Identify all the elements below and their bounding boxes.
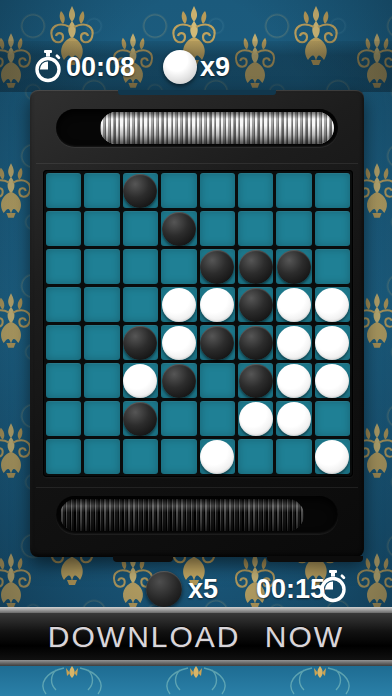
board-cell-r3c3[interactable]: [123, 249, 158, 284]
black-disc: [123, 174, 157, 208]
white-timer: 00:08: [66, 50, 135, 84]
board-cell-r8c4[interactable]: [161, 439, 196, 474]
board-cell-r2c5[interactable]: [200, 211, 235, 246]
bottom-swirl-ornament: [12, 666, 132, 696]
board-cell-r3c1[interactable]: [46, 249, 81, 284]
black-timer: 00:15: [256, 572, 325, 606]
board-cell-r4c5[interactable]: [200, 287, 235, 322]
board-cell-r1c5[interactable]: [200, 173, 235, 208]
board-cell-r7c8[interactable]: [315, 401, 350, 436]
board-cell-r2c7[interactable]: [276, 211, 311, 246]
wallpaper-bottom-strip: [0, 666, 392, 696]
board-cell-r1c1[interactable]: [46, 173, 81, 208]
board-cell-r1c4[interactable]: [161, 173, 196, 208]
white-disc: [277, 326, 311, 360]
board-cell-r8c6[interactable]: [238, 439, 273, 474]
black-disc: [239, 250, 273, 284]
board-cell-r6c5[interactable]: [200, 363, 235, 398]
board-cell-r1c8[interactable]: [315, 173, 350, 208]
board-cell-r5c8[interactable]: [315, 325, 350, 360]
board-cell-r6c7[interactable]: [276, 363, 311, 398]
board-cell-r8c5[interactable]: [200, 439, 235, 474]
board-cell-r6c4[interactable]: [161, 363, 196, 398]
board-cell-r6c8[interactable]: [315, 363, 350, 398]
white-disc: [277, 288, 311, 322]
white-disc: [200, 440, 234, 474]
white-disc: [277, 402, 311, 436]
board-cell-r5c5[interactable]: [200, 325, 235, 360]
black-disc: [277, 250, 311, 284]
white-disc: [162, 288, 196, 322]
download-now-button[interactable]: DOWNLOAD NOW: [0, 607, 392, 666]
board-cell-r4c7[interactable]: [276, 287, 311, 322]
board-cell-r2c3[interactable]: [123, 211, 158, 246]
black-disc: [239, 326, 273, 360]
black-disc-icon: [146, 571, 182, 607]
stopwatch-icon: [319, 570, 347, 604]
white-disc: [315, 364, 349, 398]
stopwatch-icon: [34, 50, 62, 84]
board-cell-r3c7[interactable]: [276, 249, 311, 284]
board-cell-r1c3[interactable]: [123, 173, 158, 208]
board-cell-r4c4[interactable]: [161, 287, 196, 322]
white-disc: [200, 288, 234, 322]
frame-seam: [36, 487, 358, 488]
board-cell-r7c7[interactable]: [276, 401, 311, 436]
damask-ornament: [0, 552, 35, 612]
white-disc: [277, 364, 311, 398]
board-cell-r5c4[interactable]: [161, 325, 196, 360]
board-cell-r1c6[interactable]: [238, 173, 273, 208]
board-cell-r7c1[interactable]: [46, 401, 81, 436]
frame-foot-right: [267, 556, 363, 562]
bar-body: DOWNLOAD NOW: [0, 613, 392, 660]
download-now-label: DOWNLOAD NOW: [48, 620, 344, 654]
board-cell-r6c1[interactable]: [46, 363, 81, 398]
board-cell-r8c3[interactable]: [123, 439, 158, 474]
board-cell-r8c7[interactable]: [276, 439, 311, 474]
board-cell-r5c1[interactable]: [46, 325, 81, 360]
board-cell-r4c1[interactable]: [46, 287, 81, 322]
board-cell-r5c7[interactable]: [276, 325, 311, 360]
board-cell-r1c7[interactable]: [276, 173, 311, 208]
white-disc: [315, 326, 349, 360]
board-cell-r7c6[interactable]: [238, 401, 273, 436]
board-frame: [30, 90, 364, 557]
board-cell-r4c2[interactable]: [84, 287, 119, 322]
black-disc: [239, 364, 273, 398]
board-cell-r7c3[interactable]: [123, 401, 158, 436]
bottom-swirl-ornament: [260, 666, 380, 696]
black-disc: [162, 364, 196, 398]
board-cell-r2c4[interactable]: [161, 211, 196, 246]
white-disc: [162, 326, 196, 360]
white-disc-count: x9: [200, 50, 230, 84]
board-cell-r6c2[interactable]: [84, 363, 119, 398]
white-disc-tray: [56, 109, 338, 147]
black-disc: [200, 250, 234, 284]
board-cell-r8c8[interactable]: [315, 439, 350, 474]
frame-top-notch: [118, 90, 276, 95]
board-cell-r7c4[interactable]: [161, 401, 196, 436]
board-cell-r1c2[interactable]: [84, 173, 119, 208]
white-disc: [239, 402, 273, 436]
black-disc: [162, 212, 196, 246]
black-disc: [123, 402, 157, 436]
white-disc-rack: [100, 112, 334, 144]
black-disc: [123, 326, 157, 360]
board-cell-r5c3[interactable]: [123, 325, 158, 360]
frame-foot-left: [113, 556, 173, 562]
board-cell-r2c2[interactable]: [84, 211, 119, 246]
board-cell-r6c6[interactable]: [238, 363, 273, 398]
white-disc-icon: [163, 50, 197, 84]
board-cell-r4c3[interactable]: [123, 287, 158, 322]
board-cell-r2c1[interactable]: [46, 211, 81, 246]
board-cell-r2c8[interactable]: [315, 211, 350, 246]
black-disc: [239, 288, 273, 322]
white-disc: [315, 440, 349, 474]
board-cell-r8c2[interactable]: [84, 439, 119, 474]
othello-board: [43, 170, 353, 477]
board-cell-r3c8[interactable]: [315, 249, 350, 284]
board-cell-r7c5[interactable]: [200, 401, 235, 436]
board-cell-r3c5[interactable]: [200, 249, 235, 284]
board-cell-r5c2[interactable]: [84, 325, 119, 360]
board-cell-r8c1[interactable]: [46, 439, 81, 474]
bottom-swirl-ornament: [136, 666, 256, 696]
board-cell-r7c2[interactable]: [84, 401, 119, 436]
black-disc-tray: [56, 496, 338, 534]
frame-seam: [36, 163, 358, 164]
black-disc: [200, 326, 234, 360]
black-disc-rack: [60, 499, 304, 531]
white-disc: [315, 288, 349, 322]
board-cell-r2c6[interactable]: [238, 211, 273, 246]
board-cell-r4c8[interactable]: [315, 287, 350, 322]
board-cell-r4c6[interactable]: [238, 287, 273, 322]
bar-bevel: [0, 660, 392, 666]
board-cell-r5c6[interactable]: [238, 325, 273, 360]
white-disc: [123, 364, 157, 398]
board-cell-r3c2[interactable]: [84, 249, 119, 284]
black-disc-count: x5: [188, 572, 218, 606]
board-cell-r3c6[interactable]: [238, 249, 273, 284]
board-cell-r3c4[interactable]: [161, 249, 196, 284]
board-cell-r6c3[interactable]: [123, 363, 158, 398]
app-screen: 00:08 x9 x5 00:15 DOWNLOAD NOW: [0, 0, 392, 696]
